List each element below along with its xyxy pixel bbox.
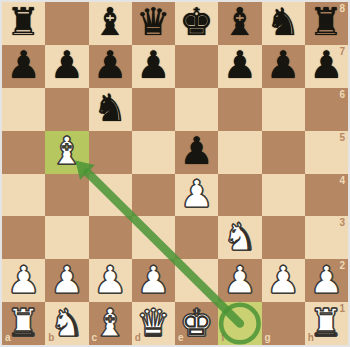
square-a1[interactable]: ♜a — [2, 302, 45, 345]
piece-white-pawn-f2[interactable]: ♟ — [223, 261, 257, 299]
square-f3[interactable]: ♞ — [218, 216, 261, 259]
piece-white-pawn-d2[interactable]: ♟ — [136, 261, 170, 299]
square-e4[interactable]: ♟ — [175, 174, 218, 217]
piece-white-bishop-b5[interactable]: ♝ — [50, 132, 84, 170]
square-f8[interactable]: ♝ — [218, 2, 261, 45]
square-b6[interactable] — [45, 88, 88, 131]
square-b2[interactable]: ♟ — [45, 259, 88, 302]
square-a3[interactable] — [2, 216, 45, 259]
piece-white-rook-h1[interactable]: ♜ — [309, 304, 343, 342]
square-d6[interactable] — [132, 88, 175, 131]
piece-black-pawn-a7[interactable]: ♟ — [7, 46, 41, 84]
piece-white-knight-f3[interactable]: ♞ — [223, 218, 257, 256]
square-d1[interactable]: ♛d — [132, 302, 175, 345]
square-c1[interactable]: ♝c — [89, 302, 132, 345]
square-d7[interactable]: ♟ — [132, 45, 175, 88]
piece-white-pawn-h2[interactable]: ♟ — [309, 261, 343, 299]
square-e7[interactable] — [175, 45, 218, 88]
square-c6[interactable]: ♞ — [89, 88, 132, 131]
square-b5[interactable]: ♝ — [45, 131, 88, 174]
square-c7[interactable]: ♟ — [89, 45, 132, 88]
piece-black-knight-c6[interactable]: ♞ — [93, 89, 127, 127]
square-h7[interactable]: ♟7 — [305, 45, 348, 88]
square-g2[interactable]: ♟ — [262, 259, 305, 302]
piece-white-pawn-g2[interactable]: ♟ — [266, 261, 300, 299]
piece-black-bishop-f8[interactable]: ♝ — [223, 3, 257, 41]
piece-black-pawn-c7[interactable]: ♟ — [93, 46, 127, 84]
square-a4[interactable] — [2, 174, 45, 217]
square-c2[interactable]: ♟ — [89, 259, 132, 302]
chess-board[interactable]: ♜♝♛♚♝♞♜8♟♟♟♟♟♟♟7♞6♝♟5♟4♞3♟♟♟♟♟♟♟2♜a♞b♝c♛… — [2, 2, 348, 345]
square-g6[interactable] — [262, 88, 305, 131]
square-b4[interactable] — [45, 174, 88, 217]
piece-white-pawn-b2[interactable]: ♟ — [50, 261, 84, 299]
square-b7[interactable]: ♟ — [45, 45, 88, 88]
piece-black-king-e8[interactable]: ♚ — [180, 3, 214, 41]
piece-black-rook-h8[interactable]: ♜ — [309, 3, 343, 41]
square-b1[interactable]: ♞b — [45, 302, 88, 345]
piece-white-pawn-c2[interactable]: ♟ — [93, 261, 127, 299]
square-h1[interactable]: ♜1h — [305, 302, 348, 345]
piece-white-knight-b1[interactable]: ♞ — [50, 304, 84, 342]
square-e1[interactable]: ♚e — [175, 302, 218, 345]
square-g4[interactable] — [262, 174, 305, 217]
square-g7[interactable]: ♟ — [262, 45, 305, 88]
square-b3[interactable] — [45, 216, 88, 259]
square-f4[interactable] — [218, 174, 261, 217]
square-c3[interactable] — [89, 216, 132, 259]
piece-white-king-e1[interactable]: ♚ — [180, 304, 214, 342]
piece-black-rook-a8[interactable]: ♜ — [7, 3, 41, 41]
coord-rank-5: 5 — [339, 133, 345, 143]
square-e3[interactable] — [175, 216, 218, 259]
square-h2[interactable]: ♟2 — [305, 259, 348, 302]
square-a7[interactable]: ♟ — [2, 45, 45, 88]
square-f6[interactable] — [218, 88, 261, 131]
square-g3[interactable] — [262, 216, 305, 259]
square-e2[interactable] — [175, 259, 218, 302]
board-frame: ♜♝♛♚♝♞♜8♟♟♟♟♟♟♟7♞6♝♟5♟4♞3♟♟♟♟♟♟♟2♜a♞b♝c♛… — [0, 0, 350, 347]
square-a5[interactable] — [2, 131, 45, 174]
square-f5[interactable] — [218, 131, 261, 174]
square-h6[interactable]: 6 — [305, 88, 348, 131]
piece-white-pawn-a2[interactable]: ♟ — [7, 261, 41, 299]
piece-white-pawn-e4[interactable]: ♟ — [180, 175, 214, 213]
piece-white-queen-d1[interactable]: ♛ — [136, 304, 170, 342]
square-c4[interactable] — [89, 174, 132, 217]
square-b8[interactable] — [45, 2, 88, 45]
piece-black-pawn-e5[interactable]: ♟ — [180, 132, 214, 170]
piece-white-rook-a1[interactable]: ♜ — [7, 304, 41, 342]
square-h8[interactable]: ♜8 — [305, 2, 348, 45]
square-g8[interactable]: ♞ — [262, 2, 305, 45]
coord-rank-6: 6 — [339, 90, 345, 100]
piece-black-knight-g8[interactable]: ♞ — [266, 3, 300, 41]
square-h3[interactable]: 3 — [305, 216, 348, 259]
square-d5[interactable] — [132, 131, 175, 174]
coord-rank-3: 3 — [339, 218, 345, 228]
piece-black-pawn-f7[interactable]: ♟ — [223, 46, 257, 84]
square-e8[interactable]: ♚ — [175, 2, 218, 45]
square-g1[interactable]: g — [262, 302, 305, 345]
square-c8[interactable]: ♝ — [89, 2, 132, 45]
square-f7[interactable]: ♟ — [218, 45, 261, 88]
square-d3[interactable] — [132, 216, 175, 259]
square-h4[interactable]: 4 — [305, 174, 348, 217]
square-d4[interactable] — [132, 174, 175, 217]
piece-black-pawn-h7[interactable]: ♟ — [309, 46, 343, 84]
piece-black-pawn-g7[interactable]: ♟ — [266, 46, 300, 84]
square-e6[interactable] — [175, 88, 218, 131]
square-a6[interactable] — [2, 88, 45, 131]
square-f2[interactable]: ♟ — [218, 259, 261, 302]
square-d2[interactable]: ♟ — [132, 259, 175, 302]
square-h5[interactable]: 5 — [305, 131, 348, 174]
coord-rank-4: 4 — [339, 176, 345, 186]
square-g5[interactable] — [262, 131, 305, 174]
square-e5[interactable]: ♟ — [175, 131, 218, 174]
square-a2[interactable]: ♟ — [2, 259, 45, 302]
square-a8[interactable]: ♜ — [2, 2, 45, 45]
piece-black-queen-d8[interactable]: ♛ — [136, 3, 170, 41]
piece-black-pawn-b7[interactable]: ♟ — [50, 46, 84, 84]
piece-black-bishop-c8[interactable]: ♝ — [93, 3, 127, 41]
square-c5[interactable] — [89, 131, 132, 174]
piece-black-pawn-d7[interactable]: ♟ — [136, 46, 170, 84]
coord-file-f: f — [221, 333, 224, 343]
coord-file-g: g — [265, 333, 271, 343]
piece-white-bishop-c1[interactable]: ♝ — [93, 304, 127, 342]
square-d8[interactable]: ♛ — [132, 2, 175, 45]
square-f1[interactable]: f — [218, 302, 261, 345]
